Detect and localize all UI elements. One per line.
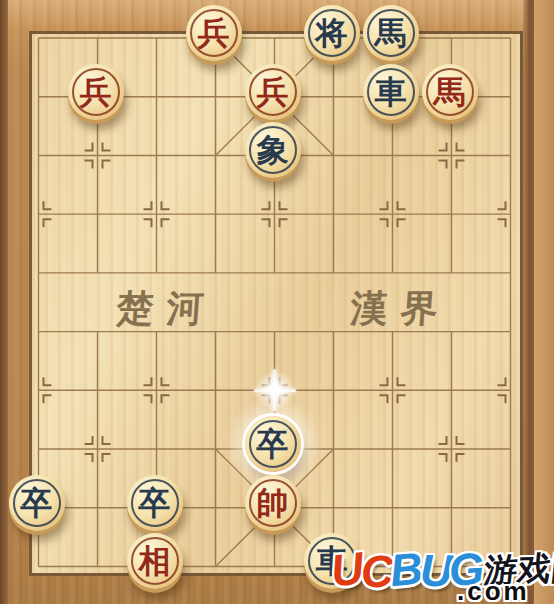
frame-right-edge: [534, 0, 554, 604]
move-sparkle-effect: [252, 367, 298, 413]
piece-卒-black[interactable]: 卒: [9, 475, 65, 531]
piece-character: 卒: [9, 475, 65, 531]
piece-character: 卒: [127, 475, 183, 531]
watermark-domain-text: .com: [457, 578, 530, 604]
piece-卒-black[interactable]: 卒: [245, 416, 301, 472]
piece-馬-red[interactable]: 馬: [422, 64, 478, 120]
piece-character: 相: [127, 533, 183, 589]
piece-帥-red[interactable]: 帥: [245, 475, 301, 531]
piece-兵-red[interactable]: 兵: [68, 64, 124, 120]
brand-letter: C: [360, 548, 391, 594]
piece-相-red[interactable]: 相: [127, 533, 183, 589]
piece-character: 卒: [245, 416, 301, 472]
piece-馬-black[interactable]: 馬: [363, 5, 419, 61]
piece-character: 帥: [245, 475, 301, 531]
river-label-right: 漢界: [323, 289, 466, 329]
piece-将-black[interactable]: 将: [304, 5, 360, 61]
piece-兵-red[interactable]: 兵: [245, 64, 301, 120]
piece-character: 兵: [186, 5, 242, 61]
piece-象-black[interactable]: 象: [245, 122, 301, 178]
piece-character: 馬: [422, 64, 478, 120]
river-label-left: 楚河: [89, 289, 232, 329]
brand-letter: B: [388, 546, 421, 593]
piece-兵-red[interactable]: 兵: [186, 5, 242, 61]
piece-character: 車: [363, 64, 419, 120]
piece-卒-black[interactable]: 卒: [127, 475, 183, 531]
piece-character: 象: [245, 122, 301, 178]
frame-right-edge-shadow: [523, 0, 534, 604]
piece-character: 兵: [68, 64, 124, 120]
piece-character: 馬: [363, 5, 419, 61]
brand-letter: U: [419, 548, 449, 594]
brand-letter: U: [328, 545, 363, 593]
piece-車-black[interactable]: 車: [363, 64, 419, 120]
frame-left-edge: [0, 0, 8, 604]
piece-character: 将: [304, 5, 360, 61]
piece-character: 兵: [245, 64, 301, 120]
